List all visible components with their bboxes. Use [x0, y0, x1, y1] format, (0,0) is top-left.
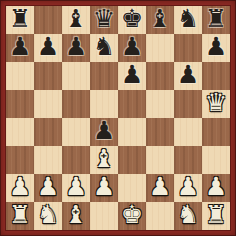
black-pawn-e6[interactable]: ♟: [121, 61, 143, 89]
black-bishop-f8[interactable]: ♝: [149, 5, 171, 33]
black-pawn-h7[interactable]: ♟: [205, 33, 227, 61]
square-b3[interactable]: [34, 146, 62, 174]
white-pawn-g2[interactable]: ♟: [177, 173, 199, 201]
square-e1[interactable]: ♚: [118, 202, 146, 230]
square-b1[interactable]: ♞: [34, 202, 62, 230]
white-king-e1[interactable]: ♚: [121, 201, 143, 229]
square-g2[interactable]: ♟: [174, 174, 202, 202]
square-a2[interactable]: ♟: [6, 174, 34, 202]
square-d2[interactable]: ♟: [90, 174, 118, 202]
square-d3[interactable]: ♝: [90, 146, 118, 174]
square-b6[interactable]: [34, 62, 62, 90]
square-f2[interactable]: ♟: [146, 174, 174, 202]
black-pawn-c7[interactable]: ♟: [65, 33, 87, 61]
square-f8[interactable]: ♝: [146, 6, 174, 34]
square-h7[interactable]: ♟: [202, 34, 230, 62]
chess-board: ♜♝♛♚♝♞♜♟♟♟♞♟♟♟♟♛♟♝♟♟♟♟♟♟♟♜♞♝♚♞♜: [6, 6, 230, 230]
square-e3[interactable]: [118, 146, 146, 174]
square-f4[interactable]: [146, 118, 174, 146]
square-h6[interactable]: [202, 62, 230, 90]
square-c1[interactable]: ♝: [62, 202, 90, 230]
square-h8[interactable]: ♜: [202, 6, 230, 34]
square-c6[interactable]: [62, 62, 90, 90]
square-b4[interactable]: [34, 118, 62, 146]
black-pawn-g6[interactable]: ♟: [177, 61, 199, 89]
square-g8[interactable]: ♞: [174, 6, 202, 34]
square-d7[interactable]: ♞: [90, 34, 118, 62]
square-h3[interactable]: [202, 146, 230, 174]
square-f1[interactable]: [146, 202, 174, 230]
square-d5[interactable]: [90, 90, 118, 118]
black-queen-d8[interactable]: ♛: [93, 5, 115, 33]
white-bishop-d3[interactable]: ♝: [93, 145, 115, 173]
white-knight-g1[interactable]: ♞: [177, 201, 199, 229]
black-pawn-b7[interactable]: ♟: [37, 33, 59, 61]
square-d6[interactable]: [90, 62, 118, 90]
square-g7[interactable]: [174, 34, 202, 62]
square-e2[interactable]: [118, 174, 146, 202]
black-pawn-e7[interactable]: ♟: [121, 33, 143, 61]
square-c5[interactable]: [62, 90, 90, 118]
square-c2[interactable]: ♟: [62, 174, 90, 202]
square-h1[interactable]: ♜: [202, 202, 230, 230]
square-d8[interactable]: ♛: [90, 6, 118, 34]
square-g3[interactable]: [174, 146, 202, 174]
black-knight-d7[interactable]: ♞: [93, 33, 115, 61]
black-rook-a8[interactable]: ♜: [9, 5, 31, 33]
square-g1[interactable]: ♞: [174, 202, 202, 230]
square-c4[interactable]: [62, 118, 90, 146]
white-pawn-h2[interactable]: ♟: [205, 173, 227, 201]
square-a6[interactable]: [6, 62, 34, 90]
square-a4[interactable]: [6, 118, 34, 146]
square-f5[interactable]: [146, 90, 174, 118]
square-b8[interactable]: [34, 6, 62, 34]
square-h2[interactable]: ♟: [202, 174, 230, 202]
black-rook-h8[interactable]: ♜: [205, 5, 227, 33]
white-queen-h5[interactable]: ♛: [205, 89, 227, 117]
white-pawn-b2[interactable]: ♟: [37, 173, 59, 201]
black-pawn-d4[interactable]: ♟: [93, 117, 115, 145]
square-e7[interactable]: ♟: [118, 34, 146, 62]
square-h5[interactable]: ♛: [202, 90, 230, 118]
square-a1[interactable]: ♜: [6, 202, 34, 230]
square-f3[interactable]: [146, 146, 174, 174]
square-a5[interactable]: [6, 90, 34, 118]
square-h4[interactable]: [202, 118, 230, 146]
square-g4[interactable]: [174, 118, 202, 146]
white-knight-b1[interactable]: ♞: [37, 201, 59, 229]
white-pawn-c2[interactable]: ♟: [65, 173, 87, 201]
white-pawn-a2[interactable]: ♟: [9, 173, 31, 201]
square-g5[interactable]: [174, 90, 202, 118]
square-d1[interactable]: [90, 202, 118, 230]
black-pawn-a7[interactable]: ♟: [9, 33, 31, 61]
square-g6[interactable]: ♟: [174, 62, 202, 90]
square-e8[interactable]: ♚: [118, 6, 146, 34]
square-b5[interactable]: [34, 90, 62, 118]
square-c3[interactable]: [62, 146, 90, 174]
square-f6[interactable]: [146, 62, 174, 90]
white-pawn-d2[interactable]: ♟: [93, 173, 115, 201]
white-pawn-f2[interactable]: ♟: [149, 173, 171, 201]
chess-board-frame: ♜♝♛♚♝♞♜♟♟♟♞♟♟♟♟♛♟♝♟♟♟♟♟♟♟♜♞♝♚♞♜: [0, 0, 236, 236]
square-a3[interactable]: [6, 146, 34, 174]
white-bishop-c1[interactable]: ♝: [65, 201, 87, 229]
white-rook-a1[interactable]: ♜: [9, 201, 31, 229]
square-b2[interactable]: ♟: [34, 174, 62, 202]
square-e6[interactable]: ♟: [118, 62, 146, 90]
square-c7[interactable]: ♟: [62, 34, 90, 62]
square-c8[interactable]: ♝: [62, 6, 90, 34]
square-d4[interactable]: ♟: [90, 118, 118, 146]
square-a7[interactable]: ♟: [6, 34, 34, 62]
square-f7[interactable]: [146, 34, 174, 62]
black-knight-g8[interactable]: ♞: [177, 5, 199, 33]
square-a8[interactable]: ♜: [6, 6, 34, 34]
white-rook-h1[interactable]: ♜: [205, 201, 227, 229]
square-e5[interactable]: [118, 90, 146, 118]
black-king-e8[interactable]: ♚: [121, 5, 143, 33]
square-e4[interactable]: [118, 118, 146, 146]
black-bishop-c8[interactable]: ♝: [65, 5, 87, 33]
square-b7[interactable]: ♟: [34, 34, 62, 62]
